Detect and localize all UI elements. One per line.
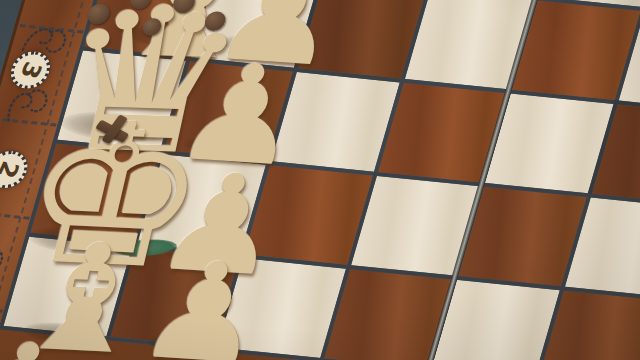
queen-crown-ball bbox=[170, 0, 196, 14]
queen-crown-ball bbox=[85, 3, 111, 24]
queen-crown-ball bbox=[141, 18, 163, 36]
queen-crown-ball bbox=[128, 0, 152, 10]
queen-crown-ball bbox=[202, 11, 226, 31]
piece-white-pawn[interactable]: ♟ bbox=[0, 320, 103, 360]
board-photo: 32 ♝♟♛♟♚♟♝♟♟ bbox=[0, 0, 640, 360]
rank-number-label: 3 bbox=[16, 59, 46, 81]
